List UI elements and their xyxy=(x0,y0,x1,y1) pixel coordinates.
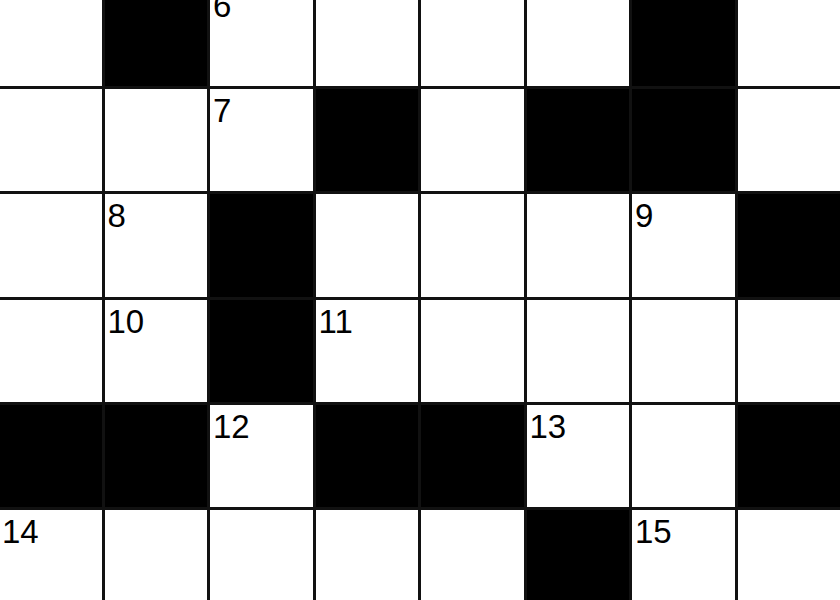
white-cell-r1c0[interactable] xyxy=(0,89,102,191)
block-cell-r4c1 xyxy=(105,405,208,507)
white-cell-r5c4[interactable] xyxy=(421,510,524,600)
white-cell-r5c7[interactable] xyxy=(738,510,840,600)
white-cell-r3c7[interactable] xyxy=(738,300,840,402)
clue-number: 15 xyxy=(635,515,672,548)
crossword-viewport: 6789101112131415 xyxy=(0,0,840,600)
white-cell-r5c2[interactable] xyxy=(210,510,313,600)
white-cell-r1c7[interactable] xyxy=(738,89,840,191)
clue-number: 14 xyxy=(2,515,39,548)
block-cell-r0c1 xyxy=(105,0,208,86)
block-cell-r4c4 xyxy=(421,405,524,507)
white-cell-r4c2[interactable]: 12 xyxy=(210,405,313,507)
clue-number: 9 xyxy=(635,199,653,232)
white-cell-r1c4[interactable] xyxy=(421,89,524,191)
white-cell-r2c4[interactable] xyxy=(421,194,524,296)
clue-number: 8 xyxy=(108,199,126,232)
block-cell-r1c6 xyxy=(632,89,735,191)
block-cell-r0c6 xyxy=(632,0,735,86)
white-cell-r2c6[interactable]: 9 xyxy=(632,194,735,296)
white-cell-r3c0[interactable] xyxy=(0,300,102,402)
white-cell-r3c5[interactable] xyxy=(527,300,630,402)
white-cell-r0c3[interactable] xyxy=(316,0,419,86)
white-cell-r3c4[interactable] xyxy=(421,300,524,402)
white-cell-r1c1[interactable] xyxy=(105,89,208,191)
block-cell-r1c5 xyxy=(527,89,630,191)
white-cell-r2c0[interactable] xyxy=(0,194,102,296)
block-cell-r4c3 xyxy=(316,405,419,507)
white-cell-r0c4[interactable] xyxy=(421,0,524,86)
block-cell-r4c7 xyxy=(738,405,840,507)
block-cell-r2c2 xyxy=(210,194,313,296)
block-cell-r5c5 xyxy=(527,510,630,600)
white-cell-r2c1[interactable]: 8 xyxy=(105,194,208,296)
white-cell-r0c2[interactable]: 6 xyxy=(210,0,313,86)
block-cell-r2c7 xyxy=(738,194,840,296)
clue-number: 6 xyxy=(213,0,231,22)
white-cell-r3c6[interactable] xyxy=(632,300,735,402)
clue-number: 11 xyxy=(319,305,353,338)
white-cell-r0c7[interactable] xyxy=(738,0,840,86)
white-cell-r4c6[interactable] xyxy=(632,405,735,507)
white-cell-r3c1[interactable]: 10 xyxy=(105,300,208,402)
block-cell-r4c0 xyxy=(0,405,102,507)
clue-number: 10 xyxy=(108,305,145,338)
white-cell-r0c5[interactable] xyxy=(527,0,630,86)
white-cell-r4c5[interactable]: 13 xyxy=(527,405,630,507)
clue-number: 13 xyxy=(530,410,567,443)
block-cell-r1c3 xyxy=(316,89,419,191)
clue-number: 12 xyxy=(213,410,250,443)
white-cell-r1c2[interactable]: 7 xyxy=(210,89,313,191)
block-cell-r3c2 xyxy=(210,300,313,402)
white-cell-r5c3[interactable] xyxy=(316,510,419,600)
white-cell-r0c0[interactable] xyxy=(0,0,102,86)
white-cell-r5c6[interactable]: 15 xyxy=(632,510,735,600)
white-cell-r2c5[interactable] xyxy=(527,194,630,296)
white-cell-r5c0[interactable]: 14 xyxy=(0,510,102,600)
white-cell-r2c3[interactable] xyxy=(316,194,419,296)
white-cell-r3c3[interactable]: 11 xyxy=(316,300,419,402)
crossword-board: 6789101112131415 xyxy=(0,0,840,600)
white-cell-r5c1[interactable] xyxy=(105,510,208,600)
clue-number: 7 xyxy=(213,94,231,127)
